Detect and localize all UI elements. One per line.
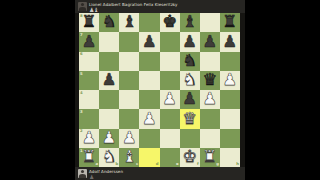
square-d2[interactable] [139, 129, 159, 148]
square-c7[interactable] [119, 32, 139, 51]
square-d6[interactable] [139, 52, 159, 71]
white-pawn-c2[interactable]: ♟ [119, 129, 139, 148]
square-c8[interactable]: ♝ [119, 13, 139, 32]
square-g6[interactable] [200, 52, 220, 71]
square-h5[interactable]: ♟ [220, 71, 240, 90]
black-pawn-b5[interactable]: ♟ [99, 71, 119, 90]
white-pawn-e4[interactable]: ♟ [160, 90, 180, 109]
square-b1[interactable]: b♞ [99, 148, 119, 167]
square-g4[interactable]: ♟ [200, 90, 220, 109]
white-pawn-d3[interactable]: ♟ [139, 109, 159, 128]
square-e2[interactable] [160, 129, 180, 148]
avatar-silhouette-torso [79, 7, 86, 11]
top-player-bar: Lionel Adalbert Bagration Felix Kieserit… [75, 0, 245, 13]
square-h3[interactable] [220, 109, 240, 128]
coordinate-rank-6: 6 [80, 52, 83, 56]
square-a4[interactable]: 4 [79, 90, 99, 109]
avatar-silhouette-torso [79, 174, 86, 178]
square-g3[interactable] [200, 109, 220, 128]
black-pawn-d7[interactable]: ♟ [139, 32, 159, 51]
square-c1[interactable]: c♝ [119, 148, 139, 167]
square-h7[interactable]: ♟ [220, 32, 240, 51]
chess-board[interactable]: 8♜♞♝♚♝♜7♟♟♟♟♟6♞5♟♞♛♟4♟♟♟3♟♛2♟♟♟1a♜b♞c♝de… [79, 13, 240, 167]
square-f3[interactable]: ♛ [180, 109, 200, 128]
square-a7[interactable]: 7♟ [79, 32, 99, 51]
square-a8[interactable]: 8♜ [79, 13, 99, 32]
square-c3[interactable] [119, 109, 139, 128]
square-f5[interactable]: ♞ [180, 71, 200, 90]
square-e3[interactable] [160, 109, 180, 128]
white-bishop-c1[interactable]: ♝ [119, 148, 139, 167]
square-f7[interactable]: ♟ [180, 32, 200, 51]
square-a6[interactable]: 6 [79, 52, 99, 71]
square-e4[interactable]: ♟ [160, 90, 180, 109]
white-queen-f3[interactable]: ♛ [180, 109, 200, 128]
black-pawn-h7[interactable]: ♟ [220, 32, 240, 51]
bottom-player-bar: Adolf Anderssen ♟ [75, 167, 245, 180]
bottom-player-info: Adolf Anderssen ♟ [89, 169, 123, 180]
black-bishop-c8[interactable]: ♝ [119, 13, 139, 32]
square-b4[interactable] [99, 90, 119, 109]
square-g8[interactable] [200, 13, 220, 32]
white-king-f1[interactable]: ♚ [180, 148, 200, 167]
square-b5[interactable]: ♟ [99, 71, 119, 90]
square-b8[interactable]: ♞ [99, 13, 119, 32]
black-queen-g5[interactable]: ♛ [200, 71, 220, 90]
black-pawn-g7[interactable]: ♟ [200, 32, 220, 51]
square-d4[interactable] [139, 90, 159, 109]
square-g1[interactable]: g♜ [200, 148, 220, 167]
black-knight-b8[interactable]: ♞ [99, 13, 119, 32]
coordinate-file-d: d [156, 162, 159, 166]
square-a2[interactable]: 2♟ [79, 129, 99, 148]
square-h4[interactable] [220, 90, 240, 109]
square-d3[interactable]: ♟ [139, 109, 159, 128]
square-c5[interactable] [119, 71, 139, 90]
square-e8[interactable]: ♚ [160, 13, 180, 32]
square-f1[interactable]: f♚ [180, 148, 200, 167]
square-f4[interactable]: ♟ [180, 90, 200, 109]
square-b6[interactable] [99, 52, 119, 71]
coordinate-rank-5: 5 [80, 72, 83, 76]
white-rook-a1[interactable]: ♜ [79, 148, 99, 167]
square-c4[interactable] [119, 90, 139, 109]
white-pawn-h5[interactable]: ♟ [220, 71, 240, 90]
black-king-e8[interactable]: ♚ [160, 13, 180, 32]
white-pawn-b2[interactable]: ♟ [99, 129, 119, 148]
square-d1[interactable]: d [139, 148, 159, 167]
square-a1[interactable]: 1a♜ [79, 148, 99, 167]
black-rook-h8[interactable]: ♜ [220, 13, 240, 32]
square-f6[interactable]: ♞ [180, 52, 200, 71]
square-h1[interactable]: h [220, 148, 240, 167]
square-c6[interactable] [119, 52, 139, 71]
square-d8[interactable] [139, 13, 159, 32]
square-a3[interactable]: 3 [79, 109, 99, 128]
square-a5[interactable]: 5 [79, 71, 99, 90]
square-c2[interactable]: ♟ [119, 129, 139, 148]
white-rook-g1[interactable]: ♜ [200, 148, 220, 167]
square-d5[interactable] [139, 71, 159, 90]
square-f2[interactable] [180, 129, 200, 148]
square-h2[interactable] [220, 129, 240, 148]
white-pawn-a2[interactable]: ♟ [79, 129, 99, 148]
white-knight-b1[interactable]: ♞ [99, 148, 119, 167]
bottom-player-avatar[interactable] [78, 169, 87, 178]
coordinate-rank-4: 4 [80, 91, 83, 95]
black-bishop-f8[interactable]: ♝ [180, 13, 200, 32]
top-player-avatar[interactable] [78, 2, 87, 11]
white-pawn-g4[interactable]: ♟ [200, 90, 220, 109]
letterbox-right [245, 0, 320, 180]
square-b2[interactable]: ♟ [99, 129, 119, 148]
square-e7[interactable] [160, 32, 180, 51]
black-rook-a8[interactable]: ♜ [79, 13, 99, 32]
square-g2[interactable] [200, 129, 220, 148]
square-h6[interactable] [220, 52, 240, 71]
square-e5[interactable] [160, 71, 180, 90]
bottom-player-captured-pieces: ♟ [89, 174, 123, 180]
coordinate-file-e: e [176, 162, 179, 166]
coordinate-file-h: h [236, 162, 239, 166]
square-e1[interactable]: e [160, 148, 180, 167]
square-g7[interactable]: ♟ [200, 32, 220, 51]
square-f8[interactable]: ♝ [180, 13, 200, 32]
square-g5[interactable]: ♛ [200, 71, 220, 90]
square-d7[interactable]: ♟ [139, 32, 159, 51]
black-knight-f6[interactable]: ♞ [180, 52, 200, 71]
avatar-silhouette-head [81, 170, 84, 173]
letterbox-left [0, 0, 75, 180]
square-e6[interactable] [160, 52, 180, 71]
black-pawn-f7[interactable]: ♟ [180, 32, 200, 51]
square-b3[interactable] [99, 109, 119, 128]
coordinate-rank-3: 3 [80, 110, 83, 114]
top-player-info: Lionel Adalbert Bagration Felix Kieserit… [89, 2, 178, 13]
white-knight-f5[interactable]: ♞ [180, 71, 200, 90]
avatar-silhouette-head [81, 3, 84, 6]
square-h8[interactable]: ♜ [220, 13, 240, 32]
black-pawn-a7[interactable]: ♟ [79, 32, 99, 51]
square-b7[interactable] [99, 32, 119, 51]
black-pawn-f4[interactable]: ♟ [180, 90, 200, 109]
video-content-area: Lionel Adalbert Bagration Felix Kieserit… [75, 0, 245, 180]
